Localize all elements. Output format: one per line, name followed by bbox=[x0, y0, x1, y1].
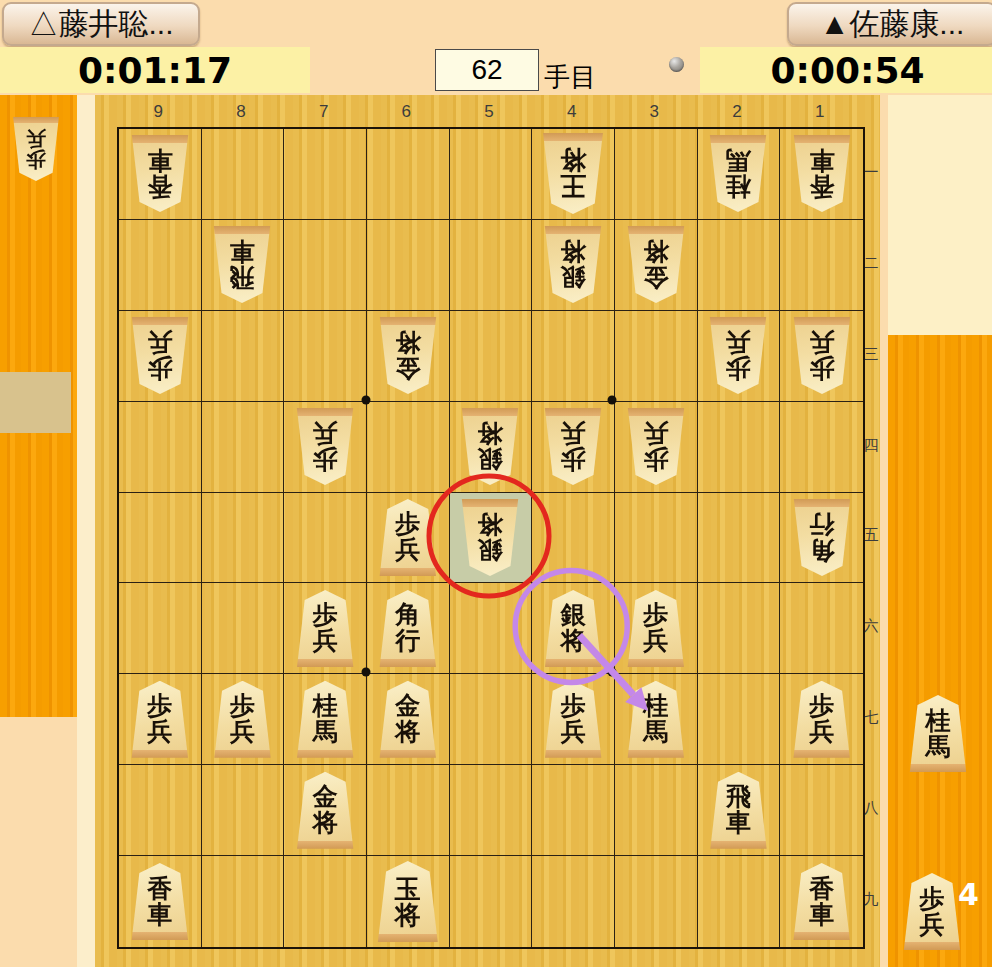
square-3七[interactable]: 桂馬 bbox=[615, 674, 698, 765]
square-9八[interactable] bbox=[119, 765, 202, 856]
square-1六[interactable] bbox=[780, 583, 863, 674]
piece-飛車-gote[interactable]: 飛車 bbox=[210, 226, 274, 303]
square-3八[interactable] bbox=[615, 765, 698, 856]
square-1二[interactable] bbox=[780, 220, 863, 311]
star-point bbox=[608, 396, 617, 405]
piece-銀将-sente[interactable]: 銀将 bbox=[541, 590, 605, 667]
piece-角行-sente[interactable]: 角行 bbox=[376, 590, 440, 667]
piece-歩兵-gote[interactable]: 歩兵 bbox=[128, 317, 192, 394]
square-5一[interactable] bbox=[450, 129, 533, 220]
square-7四[interactable]: 歩兵 bbox=[284, 402, 367, 493]
square-2九[interactable] bbox=[698, 856, 781, 947]
file-label-2: 2 bbox=[696, 100, 779, 124]
square-9一[interactable]: 香車 bbox=[119, 129, 202, 220]
piece-桂馬-gote[interactable]: 桂馬 bbox=[706, 135, 770, 212]
square-4六[interactable]: 銀将 bbox=[532, 583, 615, 674]
piece-銀将-gote[interactable]: 銀将 bbox=[458, 408, 522, 485]
square-8二[interactable]: 飛車 bbox=[202, 220, 285, 311]
square-9六[interactable] bbox=[119, 583, 202, 674]
square-3六[interactable]: 歩兵 bbox=[615, 583, 698, 674]
move-number-input[interactable]: 62 bbox=[435, 49, 539, 91]
square-5八[interactable] bbox=[450, 765, 533, 856]
square-6七[interactable]: 金将 bbox=[367, 674, 450, 765]
piece-王将-gote[interactable]: 王将 bbox=[539, 133, 607, 214]
square-4三[interactable] bbox=[532, 311, 615, 402]
sente-player-button[interactable]: ▲佐藤康... bbox=[787, 2, 995, 46]
square-4二[interactable]: 銀将 bbox=[532, 220, 615, 311]
square-8八[interactable] bbox=[202, 765, 285, 856]
square-1三[interactable]: 歩兵 bbox=[780, 311, 863, 402]
piece-香車-sente[interactable]: 香車 bbox=[128, 863, 192, 940]
piece-歩兵-gote[interactable]: 歩兵 bbox=[790, 317, 854, 394]
square-9二[interactable] bbox=[119, 220, 202, 311]
square-2七[interactable] bbox=[698, 674, 781, 765]
square-8五[interactable] bbox=[202, 493, 285, 584]
piece-歩兵-gote[interactable]: 歩兵 bbox=[293, 408, 357, 485]
piece-桂馬-sente[interactable]: 桂馬 bbox=[624, 681, 688, 758]
square-1四[interactable] bbox=[780, 402, 863, 493]
square-9七[interactable]: 歩兵 bbox=[119, 674, 202, 765]
star-point bbox=[361, 667, 370, 676]
square-7二[interactable] bbox=[284, 220, 367, 311]
piece-歩兵-sente[interactable]: 歩兵 bbox=[376, 499, 440, 576]
square-6九[interactable]: 玉将 bbox=[367, 856, 450, 947]
square-7一[interactable] bbox=[284, 129, 367, 220]
square-6八[interactable] bbox=[367, 765, 450, 856]
square-9四[interactable] bbox=[119, 402, 202, 493]
square-7六[interactable]: 歩兵 bbox=[284, 583, 367, 674]
square-4一[interactable]: 王将 bbox=[532, 129, 615, 220]
square-3二[interactable]: 金将 bbox=[615, 220, 698, 311]
gote-captured-tray: 歩兵 bbox=[0, 95, 77, 717]
square-1五[interactable]: 角行 bbox=[780, 493, 863, 584]
piece-歩兵-sente[interactable]: 歩兵 bbox=[210, 681, 274, 758]
file-label-8: 8 bbox=[200, 100, 283, 124]
right-panel-top bbox=[888, 95, 995, 335]
square-1八[interactable] bbox=[780, 765, 863, 856]
square-4四[interactable]: 歩兵 bbox=[532, 402, 615, 493]
sente-captured-tray: 桂馬歩兵4 bbox=[888, 335, 995, 967]
square-7八[interactable]: 金将 bbox=[284, 765, 367, 856]
square-2六[interactable] bbox=[698, 583, 781, 674]
piece-歩兵-sente[interactable]: 歩兵 bbox=[293, 590, 357, 667]
file-label-7: 7 bbox=[282, 100, 365, 124]
file-label-4: 4 bbox=[530, 100, 613, 124]
square-4五[interactable] bbox=[532, 493, 615, 584]
square-5三[interactable] bbox=[450, 311, 533, 402]
piece-歩兵-gote[interactable]: 歩兵 bbox=[541, 408, 605, 485]
square-7五[interactable] bbox=[284, 493, 367, 584]
square-2五[interactable] bbox=[698, 493, 781, 584]
square-8九[interactable] bbox=[202, 856, 285, 947]
piece-金将-gote[interactable]: 金将 bbox=[376, 317, 440, 394]
square-5二[interactable] bbox=[450, 220, 533, 311]
square-5七[interactable] bbox=[450, 674, 533, 765]
piece-歩兵-sente[interactable]: 歩兵 bbox=[128, 681, 192, 758]
file-label-5: 5 bbox=[448, 100, 531, 124]
square-7七[interactable]: 桂馬 bbox=[284, 674, 367, 765]
piece-銀将-gote[interactable]: 銀将 bbox=[458, 499, 522, 576]
file-label-3: 3 bbox=[613, 100, 696, 124]
square-6三[interactable]: 金将 bbox=[367, 311, 450, 402]
status-led-icon bbox=[669, 57, 684, 72]
piece-歩兵-gote[interactable]: 歩兵 bbox=[706, 317, 770, 394]
piece-歩兵-gote[interactable]: 歩兵 bbox=[10, 117, 62, 181]
square-2四[interactable] bbox=[698, 402, 781, 493]
square-5六[interactable] bbox=[450, 583, 533, 674]
piece-玉将-sente[interactable]: 玉将 bbox=[374, 861, 442, 942]
square-2三[interactable]: 歩兵 bbox=[698, 311, 781, 402]
piece-金将-sente[interactable]: 金将 bbox=[376, 681, 440, 758]
square-8六[interactable] bbox=[202, 583, 285, 674]
shogi-app-window: △藤井聡... ▲佐藤康... 0:01:17 0:00:54 62 手目 歩兵… bbox=[0, 0, 995, 967]
square-3四[interactable]: 歩兵 bbox=[615, 402, 698, 493]
square-8七[interactable]: 歩兵 bbox=[202, 674, 285, 765]
square-3一[interactable] bbox=[615, 129, 698, 220]
square-1七[interactable]: 歩兵 bbox=[780, 674, 863, 765]
square-9三[interactable]: 歩兵 bbox=[119, 311, 202, 402]
piece-桂馬-sente[interactable]: 桂馬 bbox=[293, 681, 357, 758]
sente-clock: 0:00:54 bbox=[700, 47, 995, 93]
square-7三[interactable] bbox=[284, 311, 367, 402]
square-5五[interactable]: 銀将 bbox=[450, 493, 533, 584]
square-3三[interactable] bbox=[615, 311, 698, 402]
piece-飛車-sente[interactable]: 飛車 bbox=[706, 772, 770, 849]
shogi-board: 987654321 一二三四五六七八九 香車王将桂馬香車飛車銀将金将歩兵金将歩兵… bbox=[95, 95, 880, 967]
piece-歩兵-sente[interactable]: 歩兵 bbox=[541, 681, 605, 758]
square-8一[interactable] bbox=[202, 129, 285, 220]
square-1一[interactable]: 香車 bbox=[780, 129, 863, 220]
piece-金将-gote[interactable]: 金将 bbox=[624, 226, 688, 303]
left-gap-strip bbox=[77, 95, 95, 967]
square-6四[interactable] bbox=[367, 402, 450, 493]
piece-角行-gote[interactable]: 角行 bbox=[790, 499, 854, 576]
piece-香車-gote[interactable]: 香車 bbox=[128, 135, 192, 212]
square-6二[interactable] bbox=[367, 220, 450, 311]
square-2八[interactable]: 飛車 bbox=[698, 765, 781, 856]
square-2一[interactable]: 桂馬 bbox=[698, 129, 781, 220]
star-point bbox=[361, 396, 370, 405]
piece-歩兵-sente[interactable]: 歩兵 bbox=[900, 873, 964, 950]
square-3五[interactable] bbox=[615, 493, 698, 584]
square-9九[interactable]: 香車 bbox=[119, 856, 202, 947]
file-label-1: 1 bbox=[778, 100, 861, 124]
square-4九[interactable] bbox=[532, 856, 615, 947]
square-6一[interactable] bbox=[367, 129, 450, 220]
square-6六[interactable]: 角行 bbox=[367, 583, 450, 674]
gote-player-button[interactable]: △藤井聡... bbox=[2, 2, 200, 46]
piece-歩兵-gote[interactable]: 歩兵 bbox=[624, 408, 688, 485]
square-6五[interactable]: 歩兵 bbox=[367, 493, 450, 584]
square-9五[interactable] bbox=[119, 493, 202, 584]
square-8四[interactable] bbox=[202, 402, 285, 493]
square-1九[interactable]: 香車 bbox=[780, 856, 863, 947]
square-5四[interactable]: 銀将 bbox=[450, 402, 533, 493]
piece-香車-gote[interactable]: 香車 bbox=[790, 135, 854, 212]
hand-count-歩兵: 4 bbox=[958, 877, 979, 912]
square-7九[interactable] bbox=[284, 856, 367, 947]
square-4七[interactable]: 歩兵 bbox=[532, 674, 615, 765]
square-3九[interactable] bbox=[615, 856, 698, 947]
gote-clock: 0:01:17 bbox=[0, 47, 310, 93]
square-4八[interactable] bbox=[532, 765, 615, 856]
tray-highlight-box bbox=[0, 372, 71, 433]
square-2二[interactable] bbox=[698, 220, 781, 311]
square-8三[interactable] bbox=[202, 311, 285, 402]
file-label-9: 9 bbox=[117, 100, 200, 124]
piece-銀将-gote[interactable]: 銀将 bbox=[541, 226, 605, 303]
file-label-6: 6 bbox=[365, 100, 448, 124]
file-labels: 987654321 bbox=[117, 100, 861, 124]
move-count-label: 手目 bbox=[544, 60, 596, 95]
piece-歩兵-sente[interactable]: 歩兵 bbox=[790, 681, 854, 758]
piece-桂馬-sente[interactable]: 桂馬 bbox=[906, 695, 970, 772]
piece-香車-sente[interactable]: 香車 bbox=[790, 863, 854, 940]
piece-歩兵-sente[interactable]: 歩兵 bbox=[624, 590, 688, 667]
board-grid: 香車王将桂馬香車飛車銀将金将歩兵金将歩兵歩兵歩兵銀将歩兵歩兵歩兵銀将角行歩兵角行… bbox=[117, 127, 865, 949]
square-5九[interactable] bbox=[450, 856, 533, 947]
piece-金将-sente[interactable]: 金将 bbox=[293, 772, 357, 849]
star-point bbox=[608, 667, 617, 676]
